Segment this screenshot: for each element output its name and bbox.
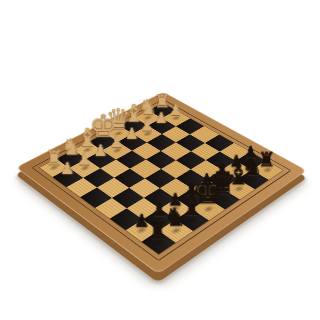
black-rook-icon: ♜ xyxy=(132,219,185,242)
chess-board: ♜♟♞♟♝♟♛♟♚♟♝♟♟♞♜♟♟♜♞♟♟♝♟♛♟♚♟♝♟♞♟♜ xyxy=(16,92,307,274)
photo-stage: ♜♟♞♟♝♟♛♟♚♟♝♟♟♞♜♟♟♜♞♟♟♝♟♛♟♚♟♝♟♞♟♜ xyxy=(0,0,320,320)
pieces-layer: ♜♟♞♟♝♟♛♟♚♟♝♟♟♞♜♟♟♜♞♟♟♝♟♛♟♚♟♝♟♞♟♜ xyxy=(40,103,283,254)
white-pawn-icon: ♟ xyxy=(44,161,92,177)
